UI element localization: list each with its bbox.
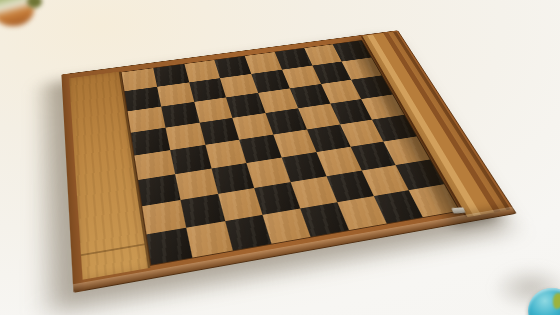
photo-background [0,0,560,315]
board-perspective-wrap [61,30,516,293]
checkerboard [61,30,516,293]
metal-latch [451,207,465,213]
rail-seam [81,243,145,256]
blurred-object-top-left-2 [27,0,42,8]
board-square-r8c1 [147,228,193,265]
teal-object-green-edge [553,293,560,309]
